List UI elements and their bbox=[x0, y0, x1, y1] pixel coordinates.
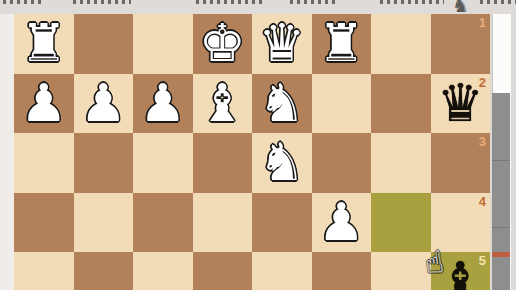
square-g4[interactable] bbox=[74, 193, 134, 253]
clipped-text-fragment bbox=[3, 0, 43, 4]
clipped-text-fragment bbox=[196, 0, 262, 4]
square-e1[interactable]: ♚ bbox=[193, 14, 253, 74]
square-d1[interactable]: ♛ bbox=[252, 14, 312, 74]
knight-icon: ♞ bbox=[452, 0, 469, 15]
square-c2[interactable] bbox=[312, 74, 372, 134]
square-b1[interactable] bbox=[371, 14, 431, 74]
square-d4[interactable] bbox=[252, 193, 312, 253]
piece-wK-e1[interactable]: ♚ bbox=[193, 14, 253, 74]
square-a5[interactable]: ♝5 bbox=[431, 252, 491, 290]
square-b3[interactable] bbox=[371, 133, 431, 193]
piece-wR-c1[interactable]: ♜ bbox=[312, 14, 372, 74]
piece-wP-h2[interactable]: ♟ bbox=[14, 74, 74, 134]
clipped-text-fragment bbox=[290, 0, 336, 4]
square-h5[interactable] bbox=[14, 252, 74, 290]
square-c1[interactable]: ♜ bbox=[312, 14, 372, 74]
rank-label-2: 2 bbox=[479, 76, 486, 89]
square-f5[interactable] bbox=[133, 252, 193, 290]
square-c4[interactable]: ♟ bbox=[312, 193, 372, 253]
rank-label-4: 4 bbox=[479, 195, 486, 208]
square-c5[interactable] bbox=[312, 252, 372, 290]
square-h4[interactable] bbox=[14, 193, 74, 253]
scrollbar-thumb[interactable] bbox=[492, 93, 510, 290]
right-edge-strip bbox=[490, 14, 516, 290]
square-b2[interactable] bbox=[371, 74, 431, 134]
square-a2[interactable]: ♛2 bbox=[431, 74, 491, 134]
square-g1[interactable] bbox=[74, 14, 134, 74]
square-e3[interactable] bbox=[193, 133, 253, 193]
clipped-text-fragment bbox=[380, 0, 444, 4]
square-b4[interactable] bbox=[371, 193, 431, 253]
square-f2[interactable]: ♟ bbox=[133, 74, 193, 134]
scrollbar-divider bbox=[492, 227, 510, 228]
clipped-text-fragment bbox=[73, 0, 131, 4]
rank-label-1: 1 bbox=[479, 16, 486, 29]
square-g5[interactable] bbox=[74, 252, 134, 290]
piece-bQ-a2[interactable]: ♛ bbox=[431, 74, 491, 134]
square-d5[interactable] bbox=[252, 252, 312, 290]
square-c3[interactable] bbox=[312, 133, 372, 193]
square-e5[interactable] bbox=[193, 252, 253, 290]
piece-wP-g2[interactable]: ♟ bbox=[74, 74, 134, 134]
square-d2[interactable]: ♞ bbox=[252, 74, 312, 134]
clipped-text-fragment bbox=[480, 0, 516, 4]
square-g2[interactable]: ♟ bbox=[74, 74, 134, 134]
square-b5[interactable] bbox=[371, 252, 431, 290]
piece-wQ-d1[interactable]: ♛ bbox=[252, 14, 312, 74]
piece-wR-h1[interactable]: ♜ bbox=[14, 14, 74, 74]
chess-board[interactable]: ♜♚♛♜1♟♟♟♝♞♛2♞3♟4♝5 bbox=[14, 14, 490, 290]
piece-wB-e2[interactable]: ♝ bbox=[193, 74, 253, 134]
square-a4[interactable]: 4 bbox=[431, 193, 491, 253]
scrollbar-orange-marker bbox=[492, 252, 510, 257]
square-h1[interactable]: ♜ bbox=[14, 14, 74, 74]
piece-wN-d3[interactable]: ♞ bbox=[252, 133, 312, 193]
rank-label-3: 3 bbox=[479, 135, 486, 148]
square-h2[interactable]: ♟ bbox=[14, 74, 74, 134]
piece-wN-d2[interactable]: ♞ bbox=[252, 74, 312, 134]
rank-label-5: 5 bbox=[479, 254, 486, 267]
piece-wP-f2[interactable]: ♟ bbox=[133, 74, 193, 134]
square-f3[interactable] bbox=[133, 133, 193, 193]
square-g3[interactable] bbox=[74, 133, 134, 193]
piece-wP-c4[interactable]: ♟ bbox=[312, 193, 372, 253]
square-e4[interactable] bbox=[193, 193, 253, 253]
square-f1[interactable] bbox=[133, 14, 193, 74]
square-f4[interactable] bbox=[133, 193, 193, 253]
square-d3[interactable]: ♞ bbox=[252, 133, 312, 193]
browser-top-bar: ♞ bbox=[0, 0, 516, 14]
square-e2[interactable]: ♝ bbox=[193, 74, 253, 134]
square-h3[interactable] bbox=[14, 133, 74, 193]
piece-bB-a5[interactable]: ♝ bbox=[431, 252, 491, 290]
square-a1[interactable]: 1 bbox=[431, 14, 491, 74]
scrollbar-divider bbox=[492, 160, 510, 161]
square-a3[interactable]: 3 bbox=[431, 133, 491, 193]
